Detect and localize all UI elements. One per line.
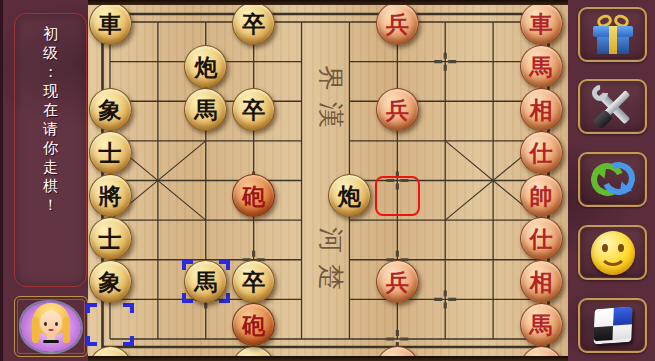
gift-button[interactable] [578,7,647,62]
piece-red-仕[interactable]: 仕 [520,217,563,260]
board-style-button[interactable] [578,298,647,353]
piece-black-象[interactable]: 象 [89,260,132,303]
gift-icon [590,13,636,57]
river-character: 界 [315,62,347,94]
message-box: 初级：现在请你走棋！ [14,13,87,287]
smiley-icon [591,231,635,275]
river-character: 楚 [315,261,347,293]
piece-red-帥[interactable]: 帥 [520,174,563,217]
piece-black-將[interactable]: 將 [89,174,132,217]
last-move-from-marker [86,303,134,346]
piece-black-士[interactable]: 士 [89,131,132,174]
river-character: 河 [315,224,347,256]
piece-red-相[interactable]: 相 [520,260,563,303]
piece-red-仕[interactable]: 仕 [520,131,563,174]
avatar-face [40,311,62,335]
river-character: 漢 [315,99,347,131]
status-message: 初级：现在请你走棋！ [15,26,86,214]
piece-red-車[interactable]: 車 [520,2,563,45]
hint-button[interactable] [578,225,647,280]
piece-black-象[interactable]: 象 [89,88,132,131]
restart-button[interactable] [578,152,647,207]
piece-black-士[interactable]: 士 [89,217,132,260]
piece-black-炮[interactable]: 炮 [328,174,371,217]
cursor-marker [375,176,420,216]
board-grid [88,0,568,361]
piece-red-兵[interactable]: 兵 [376,88,419,131]
board-frame-top [88,0,568,5]
xiangqi-board[interactable]: 界 漢 河 楚 車象士將士象車炮馬馬卒卒卒卒炮砲砲兵兵兵兵車馬相仕帥仕相馬車 [88,0,568,361]
piece-black-車[interactable]: 車 [89,2,132,45]
settings-button[interactable] [578,79,647,134]
piece-red-馬[interactable]: 馬 [520,45,563,88]
avatar-panel [14,296,88,357]
tools-icon [589,84,637,130]
refresh-icon [590,158,636,202]
checkerboard-icon [593,307,632,345]
piece-red-兵[interactable]: 兵 [376,260,419,303]
left-panel: 初级：现在请你走棋！ [0,0,88,361]
piece-red-相[interactable]: 相 [520,88,563,131]
board-frame-bottom [88,356,568,361]
piece-red-兵[interactable]: 兵 [376,2,419,45]
piece-red-馬[interactable]: 馬 [520,303,563,346]
right-sidebar [570,0,655,361]
